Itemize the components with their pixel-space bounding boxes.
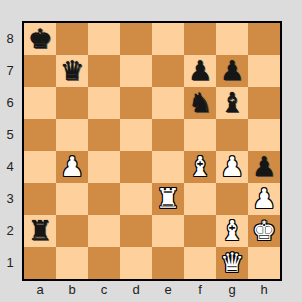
- white-queen: ♛: [216, 247, 248, 279]
- square-h6[interactable]: [248, 87, 280, 119]
- square-g8[interactable]: [216, 23, 248, 55]
- square-f6[interactable]: ♞: [184, 87, 216, 119]
- rank-label-7: 7: [0, 55, 20, 87]
- square-f3[interactable]: [184, 183, 216, 215]
- black-queen: ♛: [56, 55, 88, 87]
- file-label-d: d: [120, 281, 152, 299]
- square-c1[interactable]: [88, 247, 120, 279]
- square-e4[interactable]: [152, 151, 184, 183]
- square-d7[interactable]: [120, 55, 152, 87]
- square-h1[interactable]: [248, 247, 280, 279]
- square-c5[interactable]: [88, 119, 120, 151]
- rank-label-6: 6: [0, 87, 20, 119]
- rank-label-3: 3: [0, 183, 20, 215]
- square-b1[interactable]: [56, 247, 88, 279]
- square-a8[interactable]: ♚: [24, 23, 56, 55]
- white-rook: ♜: [152, 183, 184, 215]
- square-a4[interactable]: [24, 151, 56, 183]
- black-bishop: ♝: [216, 87, 248, 119]
- square-e8[interactable]: [152, 23, 184, 55]
- square-d8[interactable]: [120, 23, 152, 55]
- square-a7[interactable]: [24, 55, 56, 87]
- square-d1[interactable]: [120, 247, 152, 279]
- square-b2[interactable]: [56, 215, 88, 247]
- rank-label-4: 4: [0, 151, 20, 183]
- square-e1[interactable]: [152, 247, 184, 279]
- square-d5[interactable]: [120, 119, 152, 151]
- square-g2[interactable]: ♝: [216, 215, 248, 247]
- square-c8[interactable]: [88, 23, 120, 55]
- square-e6[interactable]: [152, 87, 184, 119]
- square-a5[interactable]: [24, 119, 56, 151]
- square-d2[interactable]: [120, 215, 152, 247]
- square-f5[interactable]: [184, 119, 216, 151]
- square-h8[interactable]: [248, 23, 280, 55]
- file-label-h: h: [248, 281, 280, 299]
- chess-board: ♚♛♟♟♞♝♟♝♟♟♜♟♜♝♚♛: [22, 21, 282, 281]
- square-a2[interactable]: ♜: [24, 215, 56, 247]
- white-pawn: ♟: [216, 151, 248, 183]
- square-g3[interactable]: [216, 183, 248, 215]
- square-e5[interactable]: [152, 119, 184, 151]
- black-pawn: ♟: [248, 151, 280, 183]
- square-c4[interactable]: [88, 151, 120, 183]
- square-b3[interactable]: [56, 183, 88, 215]
- white-pawn: ♟: [248, 183, 280, 215]
- square-f7[interactable]: ♟: [184, 55, 216, 87]
- square-d6[interactable]: [120, 87, 152, 119]
- square-f4[interactable]: ♝: [184, 151, 216, 183]
- rank-label-5: 5: [0, 119, 20, 151]
- square-g6[interactable]: ♝: [216, 87, 248, 119]
- black-pawn: ♟: [184, 55, 216, 87]
- square-a1[interactable]: [24, 247, 56, 279]
- square-h5[interactable]: [248, 119, 280, 151]
- square-f2[interactable]: [184, 215, 216, 247]
- chess-diagram-window: { "game": "chess", "position": "k7/1q3pp…: [0, 0, 302, 302]
- rank-label-8: 8: [0, 23, 20, 55]
- white-bishop: ♝: [184, 151, 216, 183]
- square-b6[interactable]: [56, 87, 88, 119]
- file-label-g: g: [216, 281, 248, 299]
- square-g7[interactable]: ♟: [216, 55, 248, 87]
- square-f1[interactable]: [184, 247, 216, 279]
- square-h2[interactable]: ♚: [248, 215, 280, 247]
- file-label-b: b: [56, 281, 88, 299]
- black-king: ♚: [24, 23, 56, 55]
- black-knight: ♞: [184, 87, 216, 119]
- square-g4[interactable]: ♟: [216, 151, 248, 183]
- square-c7[interactable]: [88, 55, 120, 87]
- rank-labels: 87654321: [0, 23, 20, 279]
- square-d3[interactable]: [120, 183, 152, 215]
- square-e2[interactable]: [152, 215, 184, 247]
- square-b7[interactable]: ♛: [56, 55, 88, 87]
- file-labels: abcdefgh: [24, 281, 280, 299]
- square-a3[interactable]: [24, 183, 56, 215]
- black-rook: ♜: [24, 215, 56, 247]
- square-f8[interactable]: [184, 23, 216, 55]
- black-pawn: ♟: [216, 55, 248, 87]
- square-g5[interactable]: [216, 119, 248, 151]
- square-c6[interactable]: [88, 87, 120, 119]
- square-b4[interactable]: ♟: [56, 151, 88, 183]
- square-h4[interactable]: ♟: [248, 151, 280, 183]
- file-label-c: c: [88, 281, 120, 299]
- white-bishop: ♝: [216, 215, 248, 247]
- file-label-a: a: [24, 281, 56, 299]
- square-g1[interactable]: ♛: [216, 247, 248, 279]
- square-e3[interactable]: ♜: [152, 183, 184, 215]
- file-label-f: f: [184, 281, 216, 299]
- square-d4[interactable]: [120, 151, 152, 183]
- square-a6[interactable]: [24, 87, 56, 119]
- square-b5[interactable]: [56, 119, 88, 151]
- square-h3[interactable]: ♟: [248, 183, 280, 215]
- square-c2[interactable]: [88, 215, 120, 247]
- white-pawn: ♟: [56, 151, 88, 183]
- file-label-e: e: [152, 281, 184, 299]
- square-c3[interactable]: [88, 183, 120, 215]
- rank-label-1: 1: [0, 247, 20, 279]
- square-b8[interactable]: [56, 23, 88, 55]
- square-h7[interactable]: [248, 55, 280, 87]
- rank-label-2: 2: [0, 215, 20, 247]
- white-king: ♚: [248, 215, 280, 247]
- square-e7[interactable]: [152, 55, 184, 87]
